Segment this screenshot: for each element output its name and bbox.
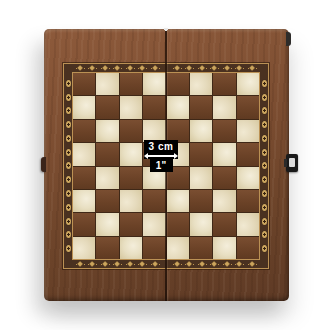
square-g8 bbox=[213, 73, 235, 95]
inlay-motif-icon bbox=[262, 231, 267, 238]
square-c2 bbox=[120, 213, 142, 235]
inlay-motif-icon bbox=[66, 231, 71, 238]
square-h2 bbox=[237, 213, 259, 235]
inlay-motif-icon bbox=[222, 262, 233, 267]
inlay-motif-icon bbox=[150, 66, 161, 71]
inlay-motif-icon bbox=[262, 107, 267, 114]
square-e8 bbox=[167, 73, 189, 95]
inlay-motif-icon bbox=[66, 135, 71, 142]
square-b8 bbox=[96, 73, 118, 95]
inlay-motif-icon bbox=[112, 262, 123, 267]
square-e3 bbox=[167, 190, 189, 212]
inlay-motif-icon bbox=[75, 262, 86, 267]
hinge-pin-top-right-icon bbox=[286, 32, 291, 46]
inlay-motif-icon bbox=[262, 121, 267, 128]
square-h3 bbox=[237, 190, 259, 212]
square-c4 bbox=[120, 167, 142, 189]
square-h7 bbox=[237, 96, 259, 118]
inlay-motif-icon bbox=[209, 66, 220, 71]
square-c5 bbox=[120, 143, 142, 165]
square-d6 bbox=[143, 120, 165, 142]
inlay-motif-icon bbox=[75, 66, 86, 71]
square-e1 bbox=[167, 237, 189, 259]
square-f3 bbox=[190, 190, 212, 212]
inlay-motif-icon bbox=[66, 176, 71, 183]
square-c7 bbox=[120, 96, 142, 118]
square-d7 bbox=[143, 96, 165, 118]
square-a4 bbox=[73, 167, 95, 189]
inlay-motif-icon bbox=[262, 218, 267, 225]
size-annotation: 3 cm 1" bbox=[144, 140, 178, 172]
square-f6 bbox=[190, 120, 212, 142]
inlay-motif-icon bbox=[262, 204, 267, 211]
inlay-motif-icon bbox=[262, 149, 267, 156]
inlay-motif-icon bbox=[209, 262, 220, 267]
square-f2 bbox=[190, 213, 212, 235]
measure-arrow-icon bbox=[144, 153, 178, 159]
square-h4 bbox=[237, 167, 259, 189]
inlay-motif-icon bbox=[172, 66, 183, 71]
inlay-motif-icon bbox=[262, 245, 267, 252]
inlay-motif-icon bbox=[172, 262, 183, 267]
inlay-motif-icon bbox=[234, 262, 245, 267]
inlay-motif-icon bbox=[125, 66, 136, 71]
inlay-motif-icon bbox=[262, 162, 267, 169]
square-d2 bbox=[143, 213, 165, 235]
square-c3 bbox=[120, 190, 142, 212]
square-h6 bbox=[237, 120, 259, 142]
inlay-strip-left bbox=[64, 73, 72, 259]
square-g5 bbox=[213, 143, 235, 165]
square-c8 bbox=[120, 73, 142, 95]
square-e6 bbox=[167, 120, 189, 142]
inlay-motif-icon bbox=[247, 66, 258, 71]
square-e7 bbox=[167, 96, 189, 118]
inlay-motif-icon bbox=[100, 262, 111, 267]
inlay-motif-icon bbox=[87, 66, 98, 71]
inlay-motif-icon bbox=[197, 262, 208, 267]
inlay-motif-icon bbox=[66, 162, 71, 169]
size-label-cm: 3 cm bbox=[144, 140, 178, 153]
square-e2 bbox=[167, 213, 189, 235]
square-f8 bbox=[190, 73, 212, 95]
inlay-motif-icon bbox=[66, 204, 71, 211]
inlay-motif-icon bbox=[247, 262, 258, 267]
square-b5 bbox=[96, 143, 118, 165]
square-a8 bbox=[73, 73, 95, 95]
square-a2 bbox=[73, 213, 95, 235]
square-h5 bbox=[237, 143, 259, 165]
inlay-motif-icon bbox=[112, 66, 123, 71]
inlay-motif-icon bbox=[150, 262, 161, 267]
inlay-motif-icon bbox=[197, 66, 208, 71]
square-g1 bbox=[213, 237, 235, 259]
square-g6 bbox=[213, 120, 235, 142]
square-g3 bbox=[213, 190, 235, 212]
hinge-pin-left-icon bbox=[41, 157, 46, 172]
inlay-motif-icon bbox=[222, 66, 233, 71]
size-label-inch: 1" bbox=[150, 159, 173, 172]
inlay-motif-icon bbox=[184, 262, 195, 267]
square-b6 bbox=[96, 120, 118, 142]
square-h1 bbox=[237, 237, 259, 259]
square-g7 bbox=[213, 96, 235, 118]
product-photo-scene: 3 cm 1" bbox=[0, 0, 330, 330]
square-c1 bbox=[120, 237, 142, 259]
inlay-motif-icon bbox=[66, 80, 71, 87]
inlay-motif-icon bbox=[137, 262, 148, 267]
inlay-motif-icon bbox=[184, 66, 195, 71]
square-g4 bbox=[213, 167, 235, 189]
square-a1 bbox=[73, 237, 95, 259]
inlay-motif-icon bbox=[262, 190, 267, 197]
inlay-strip-right bbox=[260, 73, 268, 259]
inlay-motif-icon bbox=[100, 66, 111, 71]
square-b2 bbox=[96, 213, 118, 235]
square-a6 bbox=[73, 120, 95, 142]
inlay-motif-icon bbox=[137, 66, 148, 71]
square-a7 bbox=[73, 96, 95, 118]
square-f5 bbox=[190, 143, 212, 165]
square-a5 bbox=[73, 143, 95, 165]
inlay-motif-icon bbox=[66, 121, 71, 128]
inlay-motif-icon bbox=[262, 80, 267, 87]
inlay-motif-icon bbox=[262, 176, 267, 183]
inlay-motif-icon bbox=[87, 262, 98, 267]
inlay-motif-icon bbox=[125, 262, 136, 267]
square-b4 bbox=[96, 167, 118, 189]
square-g2 bbox=[213, 213, 235, 235]
square-b1 bbox=[96, 237, 118, 259]
inlay-motif-icon bbox=[66, 245, 71, 252]
square-b7 bbox=[96, 96, 118, 118]
clasp-latch-icon bbox=[286, 154, 298, 172]
square-f1 bbox=[190, 237, 212, 259]
square-h8 bbox=[237, 73, 259, 95]
square-f7 bbox=[190, 96, 212, 118]
inlay-motif-icon bbox=[234, 66, 245, 71]
inlay-motif-icon bbox=[66, 94, 71, 101]
square-b3 bbox=[96, 190, 118, 212]
square-c6 bbox=[120, 120, 142, 142]
inlay-motif-icon bbox=[66, 218, 71, 225]
inlay-motif-icon bbox=[262, 135, 267, 142]
square-f4 bbox=[190, 167, 212, 189]
square-a3 bbox=[73, 190, 95, 212]
fold-seam-notch bbox=[163, 28, 169, 33]
inlay-motif-icon bbox=[262, 94, 267, 101]
inlay-motif-icon bbox=[66, 149, 71, 156]
inlay-motif-icon bbox=[66, 107, 71, 114]
inlay-motif-icon bbox=[66, 190, 71, 197]
square-d3 bbox=[143, 190, 165, 212]
square-d8 bbox=[143, 73, 165, 95]
square-d1 bbox=[143, 237, 165, 259]
